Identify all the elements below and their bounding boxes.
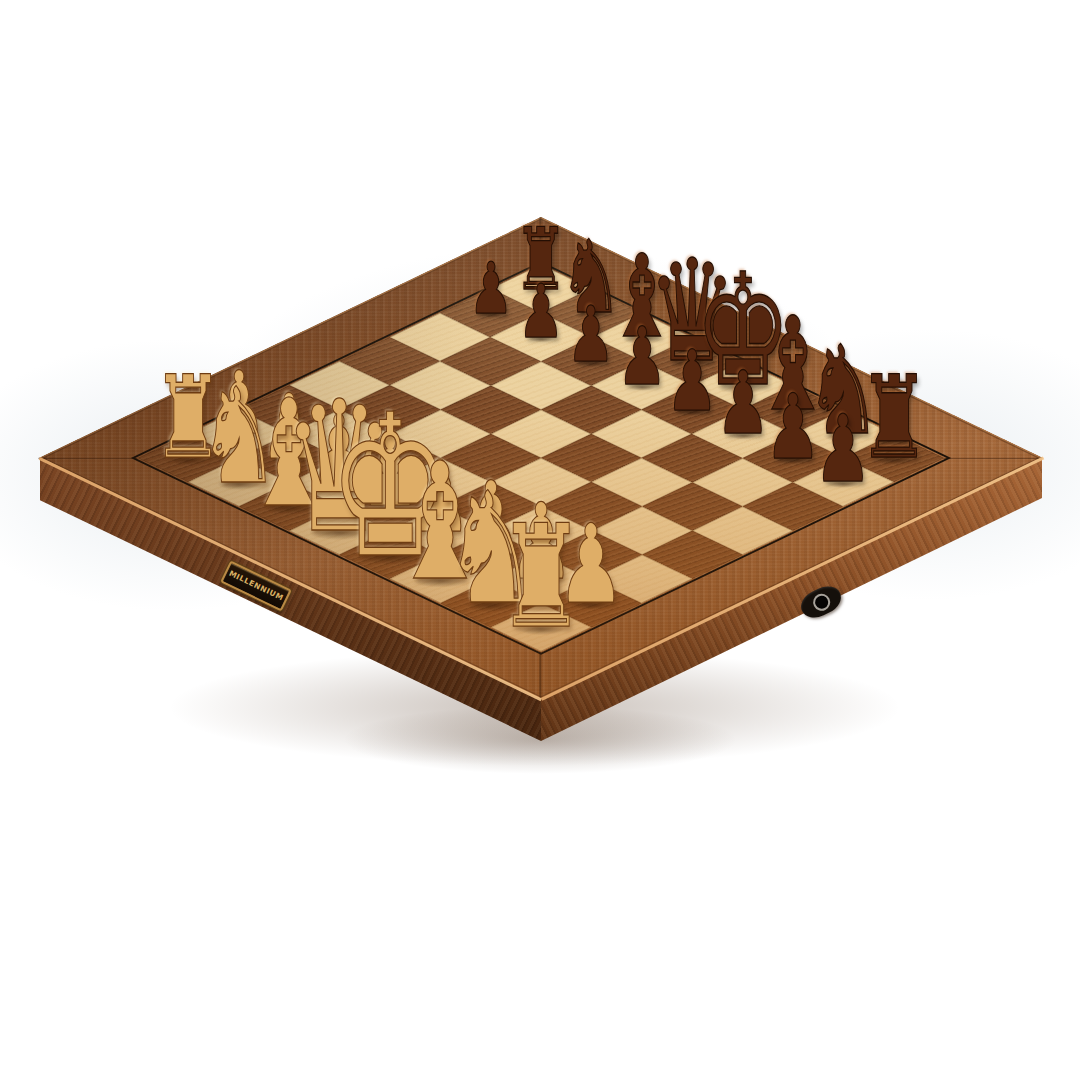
piece-dark-pawn-g7[interactable]: ♟ — [765, 382, 821, 472]
piece-dark-pawn-h7[interactable]: ♟ — [814, 403, 872, 496]
piece-dark-pawn-f7[interactable]: ♟ — [715, 360, 770, 447]
chessboard-product-photo: MILLENNIUM ♜♞♝♛♚♝♞♜♟♟♟♟♟♟♟♟♟♟♟♟♟♟♟♟♜♞♝♛♚… — [0, 0, 1080, 1080]
pieces-layer: ♜♞♝♛♚♝♞♜♟♟♟♟♟♟♟♟♟♟♟♟♟♟♟♟♜♞♝♛♚♝♞♜ — [0, 0, 1080, 1080]
piece-dark-pawn-b7[interactable]: ♟ — [518, 274, 564, 348]
piece-dark-pawn-e7[interactable]: ♟ — [666, 338, 719, 422]
piece-light-rook-h1[interactable]: ♜ — [496, 507, 585, 649]
piece-dark-pawn-c7[interactable]: ♟ — [567, 296, 615, 373]
piece-dark-pawn-d7[interactable]: ♟ — [617, 317, 667, 397]
piece-dark-pawn-a7[interactable]: ♟ — [468, 253, 513, 324]
